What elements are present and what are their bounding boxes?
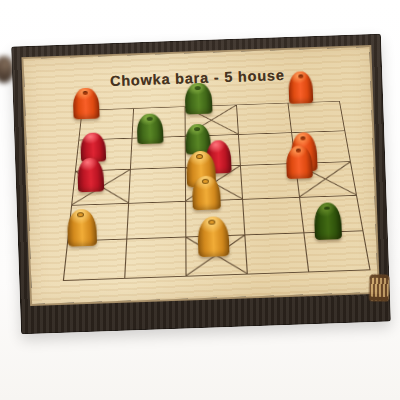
green-pawn[interactable] bbox=[313, 202, 341, 240]
photo-background: Chowka bara - 5 house bbox=[0, 0, 400, 400]
board-cell-r1c5[interactable] bbox=[288, 102, 345, 133]
board-cell-r4c2[interactable] bbox=[127, 202, 186, 240]
board-cell-r3c2[interactable] bbox=[129, 168, 186, 204]
amber-pawn[interactable] bbox=[66, 209, 96, 247]
maker-logo-stamp bbox=[370, 275, 389, 301]
green-pawn[interactable] bbox=[184, 83, 212, 115]
board-cell-r5c4[interactable] bbox=[245, 234, 309, 275]
board-cell-r4c4[interactable] bbox=[243, 198, 304, 236]
board-cell-r1c4[interactable] bbox=[237, 103, 292, 134]
game-board-frame: Chowka bara - 5 house bbox=[11, 34, 391, 335]
board-cell-r5c2[interactable] bbox=[125, 238, 186, 279]
